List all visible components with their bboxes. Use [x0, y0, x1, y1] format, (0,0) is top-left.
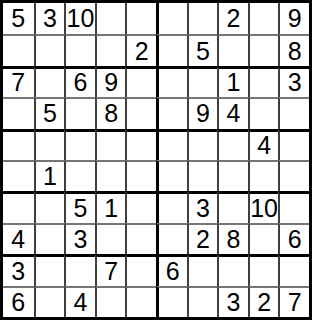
cell-r4c1[interactable]: [3, 97, 34, 128]
cell-r2c7[interactable]: 5: [187, 34, 218, 65]
cell-r10c4[interactable]: [95, 286, 126, 317]
cell-r5c6[interactable]: [156, 129, 187, 160]
cell-r1c7[interactable]: [187, 3, 218, 34]
cell-r2c3[interactable]: [64, 34, 95, 65]
cell-r6c1[interactable]: [3, 160, 34, 191]
cell-r7c3[interactable]: 5: [64, 191, 95, 222]
cell-r3c5[interactable]: [125, 66, 156, 97]
cell-r4c4[interactable]: 8: [95, 97, 126, 128]
sudoku-board: 53102925876913589441513104328637664327: [0, 0, 312, 320]
cell-r1c3[interactable]: 10: [64, 3, 95, 34]
cell-r10c2[interactable]: [34, 286, 65, 317]
cell-r5c8[interactable]: [217, 129, 248, 160]
cell-r8c3[interactable]: 3: [64, 223, 95, 254]
cell-r10c5[interactable]: [125, 286, 156, 317]
cell-r10c9[interactable]: 2: [248, 286, 279, 317]
cell-r3c10[interactable]: 3: [278, 66, 309, 97]
cell-r5c3[interactable]: [64, 129, 95, 160]
cell-r3c6[interactable]: [156, 66, 187, 97]
cell-r6c4[interactable]: [95, 160, 126, 191]
cell-r6c3[interactable]: [64, 160, 95, 191]
cell-r2c10[interactable]: 8: [278, 34, 309, 65]
cell-r6c9[interactable]: [248, 160, 279, 191]
cell-r8c6[interactable]: [156, 223, 187, 254]
cell-r5c1[interactable]: [3, 129, 34, 160]
cell-r6c10[interactable]: [278, 160, 309, 191]
cell-r7c9[interactable]: 10: [248, 191, 279, 222]
cell-r5c10[interactable]: [278, 129, 309, 160]
cell-r7c8[interactable]: [217, 191, 248, 222]
cell-r2c9[interactable]: [248, 34, 279, 65]
cell-r4c8[interactable]: 4: [217, 97, 248, 128]
cell-r1c4[interactable]: [95, 3, 126, 34]
cell-r3c4[interactable]: 9: [95, 66, 126, 97]
cell-r9c9[interactable]: [248, 254, 279, 285]
cell-r6c6[interactable]: [156, 160, 187, 191]
cell-r6c2[interactable]: 1: [34, 160, 65, 191]
cell-r10c10[interactable]: 7: [278, 286, 309, 317]
cell-r2c5[interactable]: 2: [125, 34, 156, 65]
cell-r10c3[interactable]: 4: [64, 286, 95, 317]
cell-r9c1[interactable]: 3: [3, 254, 34, 285]
cell-r8c4[interactable]: [95, 223, 126, 254]
cell-r8c7[interactable]: 2: [187, 223, 218, 254]
cell-r9c6[interactable]: 6: [156, 254, 187, 285]
cell-r7c4[interactable]: 1: [95, 191, 126, 222]
cell-r4c2[interactable]: 5: [34, 97, 65, 128]
cell-r1c1[interactable]: 5: [3, 3, 34, 34]
cell-r9c2[interactable]: [34, 254, 65, 285]
cell-r6c8[interactable]: [217, 160, 248, 191]
cell-r1c2[interactable]: 3: [34, 3, 65, 34]
cell-r4c3[interactable]: [64, 97, 95, 128]
cell-r7c2[interactable]: [34, 191, 65, 222]
cell-r5c4[interactable]: [95, 129, 126, 160]
cell-r4c7[interactable]: 9: [187, 97, 218, 128]
cell-r10c7[interactable]: [187, 286, 218, 317]
cell-r4c9[interactable]: [248, 97, 279, 128]
cell-r8c1[interactable]: 4: [3, 223, 34, 254]
cell-r4c6[interactable]: [156, 97, 187, 128]
cell-r9c5[interactable]: [125, 254, 156, 285]
cell-r8c2[interactable]: [34, 223, 65, 254]
cell-r9c10[interactable]: [278, 254, 309, 285]
cell-r3c9[interactable]: [248, 66, 279, 97]
cell-r3c2[interactable]: [34, 66, 65, 97]
cell-r10c6[interactable]: [156, 286, 187, 317]
cell-r9c8[interactable]: [217, 254, 248, 285]
cell-r5c7[interactable]: [187, 129, 218, 160]
cell-r4c10[interactable]: [278, 97, 309, 128]
cell-r8c8[interactable]: 8: [217, 223, 248, 254]
cell-r6c7[interactable]: [187, 160, 218, 191]
cell-r10c8[interactable]: 3: [217, 286, 248, 317]
cell-r8c9[interactable]: [248, 223, 279, 254]
cell-r9c4[interactable]: 7: [95, 254, 126, 285]
cell-r1c8[interactable]: 2: [217, 3, 248, 34]
cell-r6c5[interactable]: [125, 160, 156, 191]
cell-r3c3[interactable]: 6: [64, 66, 95, 97]
cell-r2c2[interactable]: [34, 34, 65, 65]
cell-r5c5[interactable]: [125, 129, 156, 160]
cell-r9c7[interactable]: [187, 254, 218, 285]
cell-r8c10[interactable]: 6: [278, 223, 309, 254]
cell-r2c8[interactable]: [217, 34, 248, 65]
cell-r7c10[interactable]: [278, 191, 309, 222]
cell-r8c5[interactable]: [125, 223, 156, 254]
cell-r4c5[interactable]: [125, 97, 156, 128]
cell-r1c10[interactable]: 9: [278, 3, 309, 34]
cell-r7c5[interactable]: [125, 191, 156, 222]
cell-r2c6[interactable]: [156, 34, 187, 65]
cell-r3c8[interactable]: 1: [217, 66, 248, 97]
cell-r5c9[interactable]: 4: [248, 129, 279, 160]
cell-r1c5[interactable]: [125, 3, 156, 34]
cell-r1c9[interactable]: [248, 3, 279, 34]
cell-r3c1[interactable]: 7: [3, 66, 34, 97]
cell-r5c2[interactable]: [34, 129, 65, 160]
cell-r3c7[interactable]: [187, 66, 218, 97]
cell-r9c3[interactable]: [64, 254, 95, 285]
cell-r7c6[interactable]: [156, 191, 187, 222]
cell-r10c1[interactable]: 6: [3, 286, 34, 317]
cell-r2c1[interactable]: [3, 34, 34, 65]
cell-r1c6[interactable]: [156, 3, 187, 34]
cell-r2c4[interactable]: [95, 34, 126, 65]
cell-r7c7[interactable]: 3: [187, 191, 218, 222]
cell-r7c1[interactable]: [3, 191, 34, 222]
